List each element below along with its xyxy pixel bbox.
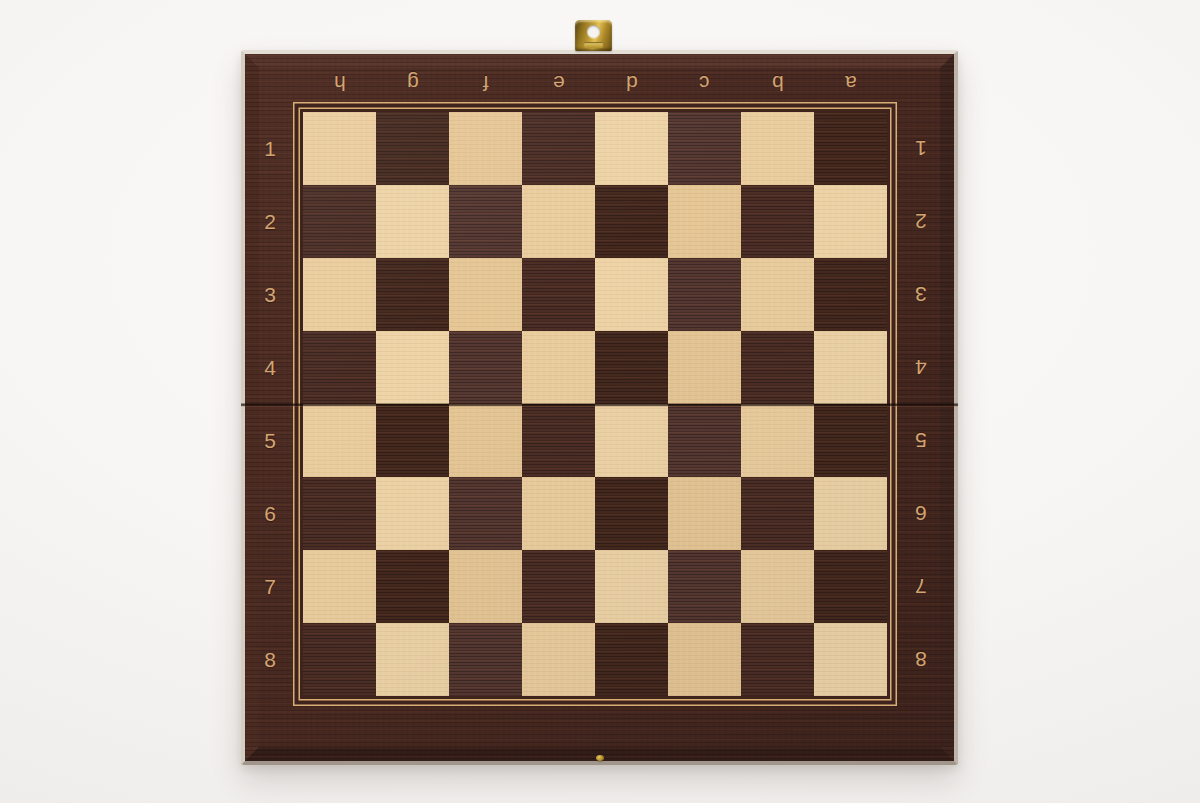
rank-label-right-6: 6 [904,477,938,550]
square-e3[interactable] [522,258,595,331]
square-h7[interactable] [303,550,376,623]
rank-label-right-5: 5 [904,404,938,477]
square-c8[interactable] [668,623,741,696]
file-label-top-a: a [814,64,887,102]
square-e4[interactable] [522,331,595,404]
square-a4[interactable] [814,331,887,404]
square-c3[interactable] [668,258,741,331]
square-h8[interactable] [303,623,376,696]
clasp-slot-icon [584,42,603,48]
square-f2[interactable] [449,185,522,258]
file-label-top-c: c [668,64,741,102]
square-f7[interactable] [449,550,522,623]
square-b8[interactable] [741,623,814,696]
square-a1[interactable] [814,112,887,185]
rank-label-right-1: 1 [904,112,938,185]
square-f5[interactable] [449,404,522,477]
square-d5[interactable] [595,404,668,477]
square-d7[interactable] [595,550,668,623]
square-g1[interactable] [376,112,449,185]
square-a6[interactable] [814,477,887,550]
square-d4[interactable] [595,331,668,404]
rank-label-left-4: 4 [253,331,287,404]
square-c7[interactable] [668,550,741,623]
square-b6[interactable] [741,477,814,550]
fold-seam [241,403,958,407]
square-b5[interactable] [741,404,814,477]
square-f3[interactable] [449,258,522,331]
rank-label-left-3: 3 [253,258,287,331]
rank-label-left-5: 5 [253,404,287,477]
square-a8[interactable] [814,623,887,696]
square-b4[interactable] [741,331,814,404]
square-a5[interactable] [814,404,887,477]
square-c4[interactable] [668,331,741,404]
rank-label-right-2: 2 [904,185,938,258]
square-e8[interactable] [522,623,595,696]
square-g4[interactable] [376,331,449,404]
file-label-top-h: h [303,64,376,102]
square-e7[interactable] [522,550,595,623]
square-g8[interactable] [376,623,449,696]
file-label-top-d: d [595,64,668,102]
square-c6[interactable] [668,477,741,550]
file-labels-top: hgfedcba [303,64,887,102]
file-label-top-b: b [741,64,814,102]
square-e5[interactable] [522,404,595,477]
brass-pin-icon [596,755,604,761]
rank-label-left-2: 2 [253,185,287,258]
square-e1[interactable] [522,112,595,185]
square-h3[interactable] [303,258,376,331]
square-g7[interactable] [376,550,449,623]
file-label-top-g: g [376,64,449,102]
rank-label-right-8: 8 [904,623,938,696]
chessboard: hgfedcba hgfedcba 12345678 12345678 [241,50,958,765]
rank-label-right-3: 3 [904,258,938,331]
square-g5[interactable] [376,404,449,477]
square-d6[interactable] [595,477,668,550]
square-b7[interactable] [741,550,814,623]
square-f6[interactable] [449,477,522,550]
square-d8[interactable] [595,623,668,696]
rank-label-right-4: 4 [904,331,938,404]
square-c5[interactable] [668,404,741,477]
clasp-hole-icon [587,25,600,38]
rank-label-left-6: 6 [253,477,287,550]
square-f1[interactable] [449,112,522,185]
square-h6[interactable] [303,477,376,550]
square-g6[interactable] [376,477,449,550]
square-h2[interactable] [303,185,376,258]
square-d3[interactable] [595,258,668,331]
rank-label-left-7: 7 [253,550,287,623]
square-d2[interactable] [595,185,668,258]
square-b3[interactable] [741,258,814,331]
file-label-top-e: e [522,64,595,102]
rank-label-left-1: 1 [253,112,287,185]
square-d1[interactable] [595,112,668,185]
rank-label-right-7: 7 [904,550,938,623]
photo-background: hgfedcba hgfedcba 12345678 12345678 [0,0,1200,803]
square-b2[interactable] [741,185,814,258]
square-f8[interactable] [449,623,522,696]
square-a2[interactable] [814,185,887,258]
brass-clasp-icon [575,20,612,51]
square-a3[interactable] [814,258,887,331]
square-c2[interactable] [668,185,741,258]
square-c1[interactable] [668,112,741,185]
square-h4[interactable] [303,331,376,404]
square-b1[interactable] [741,112,814,185]
square-f4[interactable] [449,331,522,404]
square-a7[interactable] [814,550,887,623]
square-e2[interactable] [522,185,595,258]
square-e6[interactable] [522,477,595,550]
square-g3[interactable] [376,258,449,331]
rank-label-left-8: 8 [253,623,287,696]
square-g2[interactable] [376,185,449,258]
file-label-top-f: f [449,64,522,102]
square-h5[interactable] [303,404,376,477]
square-h1[interactable] [303,112,376,185]
